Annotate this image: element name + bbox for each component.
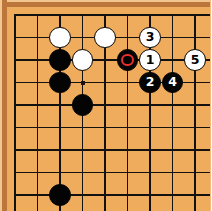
grid-line-vertical: [172, 14, 174, 211]
go-board-diagram: 31524: [0, 0, 211, 211]
white-stone: [94, 27, 116, 49]
grid-line-horizontal: [14, 172, 211, 174]
go-board: 31524: [0, 0, 211, 211]
white-stone-move-5: 5: [184, 49, 206, 71]
black-stone: [49, 72, 71, 94]
grid-line-vertical: [14, 14, 16, 211]
black-stone-move-2: 2: [139, 72, 161, 94]
red-circle-marker-icon: [121, 54, 133, 66]
black-stone: [49, 49, 71, 71]
grid-line-vertical: [37, 14, 39, 211]
star-point: [81, 81, 85, 85]
black-stone: [49, 184, 71, 206]
move-number-label: 5: [191, 54, 200, 67]
marked-black-stone: [117, 49, 139, 71]
grid-line-vertical: [194, 14, 196, 211]
white-stone: [49, 27, 71, 49]
grid-line-horizontal: [14, 14, 211, 16]
grid-line-horizontal: [14, 104, 211, 106]
white-stone: [72, 49, 94, 71]
move-number-label: 1: [146, 54, 155, 67]
white-stone-move-1: 1: [139, 49, 161, 71]
white-stone-move-3: 3: [139, 27, 161, 49]
move-number-label: 3: [146, 31, 155, 44]
grid-line-vertical: [127, 14, 129, 211]
move-number-label: 4: [168, 76, 177, 89]
black-stone-move-4: 4: [162, 72, 184, 94]
grid-line-horizontal: [14, 149, 211, 151]
grid-line-horizontal: [14, 127, 211, 129]
move-number-label: 2: [146, 76, 155, 89]
board-right-edge-highlight: [210, 0, 212, 211]
grid-line-horizontal: [14, 194, 211, 196]
grid-line-horizontal: [14, 59, 211, 61]
black-stone: [72, 94, 94, 116]
